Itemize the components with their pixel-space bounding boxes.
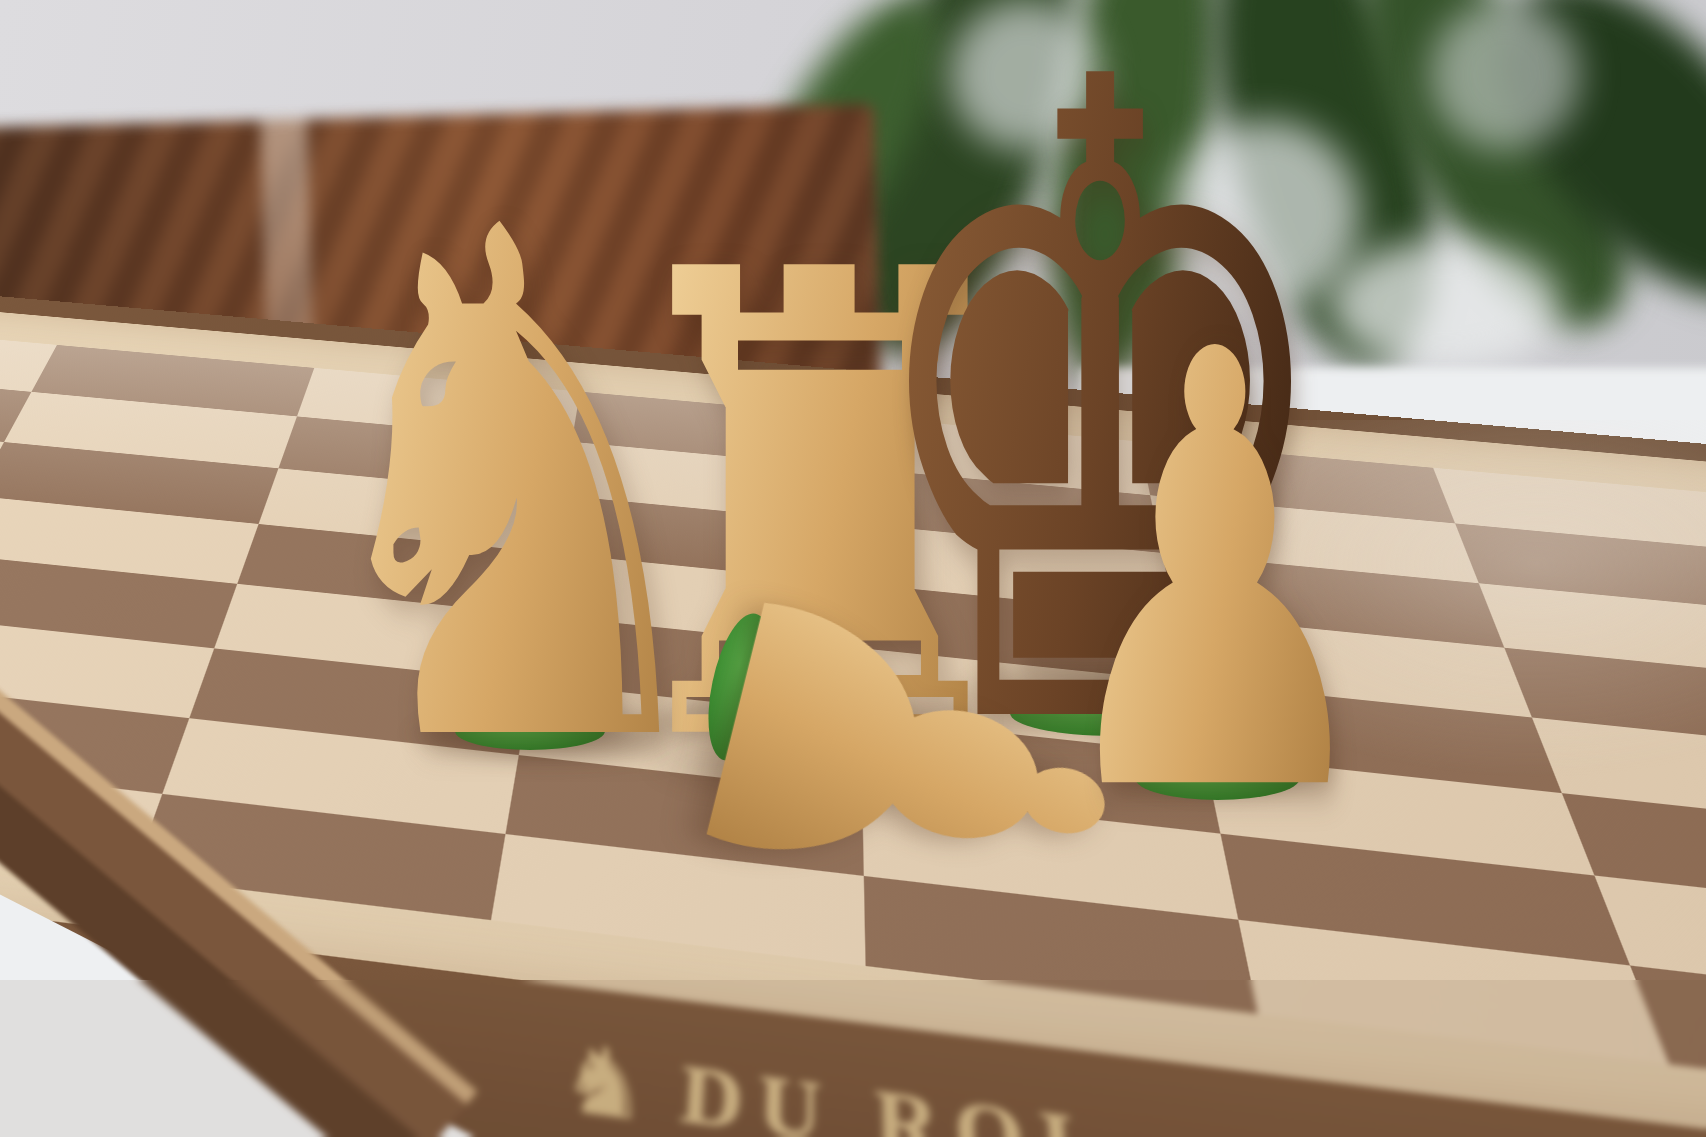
bokeh-highlight (1430, 0, 1580, 150)
knight-logo-icon: ♞ (554, 1032, 654, 1137)
photo-scene: ♞ DU ROI ♞ ♜ ♚ ♟ ♟ (0, 0, 1706, 1137)
white-pawn-piece[interactable]: ♟ (1023, 275, 1407, 875)
